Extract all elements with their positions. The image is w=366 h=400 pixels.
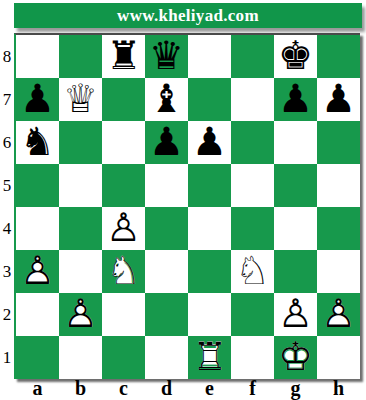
square-f4 <box>231 207 274 250</box>
square-e6: ♟ <box>188 121 231 164</box>
square-b4 <box>59 207 102 250</box>
square-b7: ♛♕ <box>59 78 102 121</box>
white-pawn: ♟♙ <box>16 250 59 293</box>
site-banner: www.kheliyad.com <box>14 3 362 28</box>
square-b6 <box>59 121 102 164</box>
file-label-c: c <box>102 377 145 399</box>
white-pawn: ♟♙ <box>102 207 145 250</box>
square-a6: ♞ <box>16 121 59 164</box>
square-e2 <box>188 293 231 336</box>
square-f3: ♞♘ <box>231 250 274 293</box>
file-label-e: e <box>188 377 231 399</box>
rank-label-7: 7 <box>0 78 14 121</box>
square-g2: ♟♙ <box>274 293 317 336</box>
square-e3 <box>188 250 231 293</box>
rank-labels: 87654321 <box>0 35 14 379</box>
file-label-f: f <box>231 377 274 399</box>
square-f1 <box>231 336 274 379</box>
square-c4: ♟♙ <box>102 207 145 250</box>
square-h4 <box>317 207 360 250</box>
file-labels: abcdefgh <box>16 377 360 399</box>
square-h3 <box>317 250 360 293</box>
square-c5 <box>102 164 145 207</box>
square-a1 <box>16 336 59 379</box>
white-king: ♚♔ <box>274 336 317 379</box>
black-pawn: ♟ <box>145 121 188 164</box>
chess-board: ♜♛♚♟♛♕♝♟♟♞♟♟♟♙♟♙♞♘♞♘♟♙♟♙♟♙♜♖♚♔ <box>14 33 360 379</box>
square-f2 <box>231 293 274 336</box>
file-label-h: h <box>317 377 360 399</box>
black-pawn: ♟ <box>16 78 59 121</box>
square-g4 <box>274 207 317 250</box>
square-e4 <box>188 207 231 250</box>
square-g7: ♟ <box>274 78 317 121</box>
square-h5 <box>317 164 360 207</box>
square-c6 <box>102 121 145 164</box>
rank-label-4: 4 <box>0 207 14 250</box>
square-h1 <box>317 336 360 379</box>
square-a7: ♟ <box>16 78 59 121</box>
square-h2: ♟♙ <box>317 293 360 336</box>
square-f6 <box>231 121 274 164</box>
rank-label-5: 5 <box>0 164 14 207</box>
square-e8 <box>188 35 231 78</box>
square-b8 <box>59 35 102 78</box>
square-h8 <box>317 35 360 78</box>
black-king: ♚ <box>274 35 317 78</box>
white-knight: ♞♘ <box>231 250 274 293</box>
square-g5 <box>274 164 317 207</box>
black-bishop: ♝ <box>145 78 188 121</box>
square-c1 <box>102 336 145 379</box>
square-c3: ♞♘ <box>102 250 145 293</box>
square-a2 <box>16 293 59 336</box>
square-d7: ♝ <box>145 78 188 121</box>
square-d5 <box>145 164 188 207</box>
square-d1 <box>145 336 188 379</box>
square-g3 <box>274 250 317 293</box>
square-f5 <box>231 164 274 207</box>
rank-label-2: 2 <box>0 293 14 336</box>
square-f8 <box>231 35 274 78</box>
site-title: www.kheliyad.com <box>117 6 259 26</box>
file-label-g: g <box>274 377 317 399</box>
square-g1: ♚♔ <box>274 336 317 379</box>
black-pawn: ♟ <box>274 78 317 121</box>
square-e7 <box>188 78 231 121</box>
white-rook: ♜♖ <box>188 336 231 379</box>
black-rook: ♜ <box>102 35 145 78</box>
black-pawn: ♟ <box>188 121 231 164</box>
black-knight: ♞ <box>16 121 59 164</box>
square-b3 <box>59 250 102 293</box>
square-d6: ♟ <box>145 121 188 164</box>
rank-label-1: 1 <box>0 336 14 379</box>
white-pawn: ♟♙ <box>317 293 360 336</box>
square-b5 <box>59 164 102 207</box>
square-h7: ♟ <box>317 78 360 121</box>
rank-label-3: 3 <box>0 250 14 293</box>
square-c2 <box>102 293 145 336</box>
square-d8: ♛ <box>145 35 188 78</box>
file-label-b: b <box>59 377 102 399</box>
rank-label-8: 8 <box>0 35 14 78</box>
square-d4 <box>145 207 188 250</box>
file-label-a: a <box>16 377 59 399</box>
square-g6 <box>274 121 317 164</box>
square-a3: ♟♙ <box>16 250 59 293</box>
square-f7 <box>231 78 274 121</box>
square-c7 <box>102 78 145 121</box>
square-c8: ♜ <box>102 35 145 78</box>
square-e5 <box>188 164 231 207</box>
square-g8: ♚ <box>274 35 317 78</box>
black-pawn: ♟ <box>317 78 360 121</box>
white-queen: ♛♕ <box>59 78 102 121</box>
square-e1: ♜♖ <box>188 336 231 379</box>
square-a4 <box>16 207 59 250</box>
square-h6 <box>317 121 360 164</box>
file-label-d: d <box>145 377 188 399</box>
white-knight: ♞♘ <box>102 250 145 293</box>
square-b2: ♟♙ <box>59 293 102 336</box>
rank-label-6: 6 <box>0 121 14 164</box>
square-d2 <box>145 293 188 336</box>
square-a5 <box>16 164 59 207</box>
black-queen: ♛ <box>145 35 188 78</box>
square-b1 <box>59 336 102 379</box>
white-pawn: ♟♙ <box>59 293 102 336</box>
square-d3 <box>145 250 188 293</box>
square-a8 <box>16 35 59 78</box>
white-pawn: ♟♙ <box>274 293 317 336</box>
